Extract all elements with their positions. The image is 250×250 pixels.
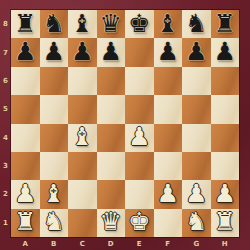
white-knight[interactable]: ♞	[185, 209, 207, 234]
square-a4[interactable]	[11, 124, 40, 152]
white-pawn[interactable]: ♟	[128, 124, 150, 149]
file-label: G	[193, 240, 199, 248]
square-f5[interactable]	[154, 95, 183, 123]
square-a3[interactable]	[11, 152, 40, 180]
square-d5[interactable]	[97, 95, 126, 123]
square-f8[interactable]: ♝	[154, 10, 183, 38]
board-frame: 87654321 ♜♞♝♛♚♝♞♜♟♟♟♟♟♟♟♝♟♟♝♟♟♟♜♞♛♚♞♜ AB…	[0, 0, 250, 250]
square-a2[interactable]: ♟	[11, 180, 40, 208]
white-pawn[interactable]: ♟	[214, 181, 236, 206]
rank-label: 2	[3, 190, 8, 198]
square-h7[interactable]: ♟	[211, 38, 240, 66]
square-d3[interactable]	[97, 152, 126, 180]
rank-label: 3	[3, 162, 8, 170]
rank-label: 1	[3, 219, 8, 227]
square-c5[interactable]	[68, 95, 97, 123]
square-a8[interactable]: ♜	[11, 10, 40, 38]
file-label: E	[137, 240, 142, 248]
black-rook[interactable]: ♜	[214, 11, 236, 36]
square-g8[interactable]: ♞	[182, 10, 211, 38]
black-pawn[interactable]: ♟	[157, 39, 179, 64]
chess-board: ♜♞♝♛♚♝♞♜♟♟♟♟♟♟♟♝♟♟♝♟♟♟♜♞♛♚♞♜	[11, 10, 239, 237]
square-e1[interactable]: ♚	[125, 209, 154, 237]
square-d6[interactable]	[97, 67, 126, 95]
square-f1[interactable]	[154, 209, 183, 237]
square-d8[interactable]: ♛	[97, 10, 126, 38]
white-pawn[interactable]: ♟	[157, 181, 179, 206]
square-g2[interactable]: ♟	[182, 180, 211, 208]
black-pawn[interactable]: ♟	[14, 39, 36, 64]
square-g7[interactable]: ♟	[182, 38, 211, 66]
square-h5[interactable]	[211, 95, 240, 123]
square-c7[interactable]: ♟	[68, 38, 97, 66]
square-c8[interactable]: ♝	[68, 10, 97, 38]
white-pawn[interactable]: ♟	[185, 181, 207, 206]
square-g4[interactable]	[182, 124, 211, 152]
square-b3[interactable]	[40, 152, 69, 180]
square-e5[interactable]	[125, 95, 154, 123]
square-e2[interactable]	[125, 180, 154, 208]
square-h6[interactable]	[211, 67, 240, 95]
black-pawn[interactable]: ♟	[100, 39, 122, 64]
square-g3[interactable]	[182, 152, 211, 180]
square-h4[interactable]	[211, 124, 240, 152]
square-a5[interactable]	[11, 95, 40, 123]
file-label: C	[80, 240, 85, 248]
rank-label: 7	[3, 49, 8, 57]
black-pawn[interactable]: ♟	[185, 39, 207, 64]
white-bishop[interactable]: ♝	[43, 181, 65, 206]
square-b4[interactable]	[40, 124, 69, 152]
white-pawn[interactable]: ♟	[14, 181, 36, 206]
square-a1[interactable]: ♜	[11, 209, 40, 237]
white-rook[interactable]: ♜	[14, 209, 36, 234]
file-label: F	[165, 240, 170, 248]
rank-label: 8	[3, 20, 8, 28]
black-knight[interactable]: ♞	[185, 11, 207, 36]
black-knight[interactable]: ♞	[43, 11, 65, 36]
square-h1[interactable]: ♜	[211, 209, 240, 237]
square-a7[interactable]: ♟	[11, 38, 40, 66]
square-c2[interactable]	[68, 180, 97, 208]
black-pawn[interactable]: ♟	[71, 39, 93, 64]
square-b8[interactable]: ♞	[40, 10, 69, 38]
white-queen[interactable]: ♛	[100, 209, 122, 234]
square-b1[interactable]: ♞	[40, 209, 69, 237]
square-f6[interactable]	[154, 67, 183, 95]
black-pawn[interactable]: ♟	[43, 39, 65, 64]
square-d1[interactable]: ♛	[97, 209, 126, 237]
file-label: H	[222, 240, 228, 248]
square-e4[interactable]: ♟	[125, 124, 154, 152]
white-king[interactable]: ♚	[128, 209, 150, 234]
square-f7[interactable]: ♟	[154, 38, 183, 66]
white-knight[interactable]: ♞	[43, 209, 65, 234]
square-f3[interactable]	[154, 152, 183, 180]
square-g5[interactable]	[182, 95, 211, 123]
square-g1[interactable]: ♞	[182, 209, 211, 237]
square-b7[interactable]: ♟	[40, 38, 69, 66]
square-b6[interactable]	[40, 67, 69, 95]
white-bishop[interactable]: ♝	[71, 124, 93, 149]
black-queen[interactable]: ♛	[100, 11, 122, 36]
square-g6[interactable]	[182, 67, 211, 95]
square-h2[interactable]: ♟	[211, 180, 240, 208]
black-rook[interactable]: ♜	[14, 11, 36, 36]
rank-label: 6	[3, 77, 8, 85]
rank-label: 5	[3, 105, 8, 113]
rank-labels: 87654321	[0, 10, 11, 237]
square-c3[interactable]	[68, 152, 97, 180]
square-e6[interactable]	[125, 67, 154, 95]
square-d4[interactable]	[97, 124, 126, 152]
square-a6[interactable]	[11, 67, 40, 95]
square-h3[interactable]	[211, 152, 240, 180]
square-c6[interactable]	[68, 67, 97, 95]
square-b5[interactable]	[40, 95, 69, 123]
square-c1[interactable]	[68, 209, 97, 237]
black-bishop[interactable]: ♝	[157, 11, 179, 36]
square-h8[interactable]: ♜	[211, 10, 240, 38]
white-rook[interactable]: ♜	[214, 209, 236, 234]
square-c4[interactable]: ♝	[68, 124, 97, 152]
square-f2[interactable]: ♟	[154, 180, 183, 208]
black-pawn[interactable]: ♟	[214, 39, 236, 64]
file-label: D	[108, 240, 114, 248]
black-bishop[interactable]: ♝	[71, 11, 93, 36]
file-labels: ABCDEFGH	[11, 237, 239, 250]
file-label: A	[23, 240, 28, 248]
square-d2[interactable]	[97, 180, 126, 208]
file-label: B	[51, 240, 56, 248]
square-b2[interactable]: ♝	[40, 180, 69, 208]
square-f4[interactable]	[154, 124, 183, 152]
square-e7[interactable]	[125, 38, 154, 66]
square-e8[interactable]: ♚	[125, 10, 154, 38]
square-d7[interactable]: ♟	[97, 38, 126, 66]
black-king[interactable]: ♚	[128, 11, 150, 36]
square-e3[interactable]	[125, 152, 154, 180]
rank-label: 4	[3, 134, 8, 142]
